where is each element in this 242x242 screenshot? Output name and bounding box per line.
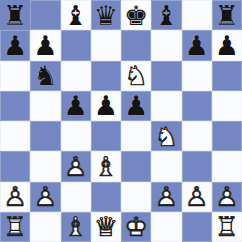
square-f4-white-knight[interactable]: ♞♘	[151, 121, 181, 151]
square-h3[interactable]	[212, 151, 242, 181]
square-f8-black-bishop[interactable]: ♝	[151, 0, 181, 30]
square-e1-white-king[interactable]: ♚♔	[121, 212, 151, 242]
square-d6[interactable]	[91, 61, 121, 91]
black-king-icon: ♚	[121, 0, 151, 30]
white-knight-fill-icon: ♞	[151, 121, 181, 151]
square-a3[interactable]	[0, 151, 30, 181]
white-pawn-fill-icon: ♟	[182, 182, 212, 212]
square-c1-white-bishop[interactable]: ♝♗	[61, 212, 91, 242]
white-pawn-icon: ♙	[212, 182, 242, 212]
white-pawn-icon: ♙	[30, 182, 60, 212]
square-f2-white-pawn[interactable]: ♟♙	[151, 182, 181, 212]
square-b7-black-pawn[interactable]: ♟	[30, 30, 60, 60]
square-g8[interactable]	[182, 0, 212, 30]
square-g4[interactable]	[182, 121, 212, 151]
square-b4[interactable]	[30, 121, 60, 151]
square-a7-black-pawn[interactable]: ♟	[0, 30, 30, 60]
black-pawn-icon: ♟	[121, 91, 151, 121]
white-queen-icon: ♕	[91, 212, 121, 242]
white-knight-fill-icon: ♞	[121, 61, 151, 91]
black-pawn-icon: ♟	[30, 30, 60, 60]
white-pawn-fill-icon: ♟	[30, 182, 60, 212]
black-pawn-icon: ♟	[0, 30, 30, 60]
square-c5-black-pawn[interactable]: ♟	[61, 91, 91, 121]
square-e2[interactable]	[121, 182, 151, 212]
white-knight-icon: ♘	[121, 61, 151, 91]
square-d7[interactable]	[91, 30, 121, 60]
black-pawn-icon: ♟	[212, 30, 242, 60]
white-pawn-icon: ♙	[0, 182, 30, 212]
white-bishop-fill-icon: ♝	[61, 212, 91, 242]
square-c6[interactable]	[61, 61, 91, 91]
black-rook-icon: ♜	[212, 0, 242, 30]
square-f5[interactable]	[151, 91, 181, 121]
square-d4[interactable]	[91, 121, 121, 151]
square-a5[interactable]	[0, 91, 30, 121]
white-pawn-fill-icon: ♟	[61, 151, 91, 181]
square-a6[interactable]	[0, 61, 30, 91]
square-c4[interactable]	[61, 121, 91, 151]
square-f1[interactable]	[151, 212, 181, 242]
black-queen-icon: ♛	[91, 0, 121, 30]
black-pawn-icon: ♟	[182, 30, 212, 60]
square-g3[interactable]	[182, 151, 212, 181]
chess-board: ♜♝♛♚♝♜♟♟♟♟♞♞♘♟♟♟♞♘♟♙♝♗♟♙♟♙♟♙♟♙♟♙♜♖♝♗♛♕♚♔…	[0, 0, 242, 242]
square-a1-white-rook[interactable]: ♜♖	[0, 212, 30, 242]
square-g7-black-pawn[interactable]: ♟	[182, 30, 212, 60]
square-e5-black-pawn[interactable]: ♟	[121, 91, 151, 121]
square-f7[interactable]	[151, 30, 181, 60]
white-queen-fill-icon: ♛	[91, 212, 121, 242]
square-f3[interactable]	[151, 151, 181, 181]
black-bishop-icon: ♝	[151, 0, 181, 30]
white-pawn-icon: ♙	[61, 151, 91, 181]
white-pawn-icon: ♙	[182, 182, 212, 212]
white-bishop-icon: ♗	[61, 212, 91, 242]
black-rook-icon: ♜	[0, 0, 30, 30]
square-b2-white-pawn[interactable]: ♟♙	[30, 182, 60, 212]
square-e4[interactable]	[121, 121, 151, 151]
square-c7[interactable]	[61, 30, 91, 60]
square-d2[interactable]	[91, 182, 121, 212]
white-rook-icon: ♖	[0, 212, 30, 242]
black-knight-icon: ♞	[30, 61, 60, 91]
white-pawn-fill-icon: ♟	[212, 182, 242, 212]
square-c3-white-pawn[interactable]: ♟♙	[61, 151, 91, 181]
square-h6[interactable]	[212, 61, 242, 91]
square-h5[interactable]	[212, 91, 242, 121]
white-rook-fill-icon: ♜	[212, 212, 242, 242]
square-b1[interactable]	[30, 212, 60, 242]
square-e6-white-knight[interactable]: ♞♘	[121, 61, 151, 91]
square-b6-black-knight[interactable]: ♞	[30, 61, 60, 91]
white-rook-fill-icon: ♜	[0, 212, 30, 242]
white-pawn-fill-icon: ♟	[0, 182, 30, 212]
square-b5[interactable]	[30, 91, 60, 121]
black-pawn-icon: ♟	[61, 91, 91, 121]
black-pawn-icon: ♟	[91, 91, 121, 121]
square-e7[interactable]	[121, 30, 151, 60]
white-king-fill-icon: ♚	[121, 212, 151, 242]
square-h1-white-rook[interactable]: ♜♖	[212, 212, 242, 242]
square-b3[interactable]	[30, 151, 60, 181]
white-king-icon: ♔	[121, 212, 151, 242]
square-d3-white-bishop[interactable]: ♝♗	[91, 151, 121, 181]
square-h4[interactable]	[212, 121, 242, 151]
square-g2-white-pawn[interactable]: ♟♙	[182, 182, 212, 212]
square-g1[interactable]	[182, 212, 212, 242]
white-pawn-icon: ♙	[151, 182, 181, 212]
white-bishop-fill-icon: ♝	[91, 151, 121, 181]
square-h2-white-pawn[interactable]: ♟♙	[212, 182, 242, 212]
square-c8-black-bishop[interactable]: ♝	[61, 0, 91, 30]
square-e8-black-king[interactable]: ♚	[121, 0, 151, 30]
square-g5[interactable]	[182, 91, 212, 121]
white-bishop-icon: ♗	[91, 151, 121, 181]
square-c2[interactable]	[61, 182, 91, 212]
white-knight-icon: ♘	[151, 121, 181, 151]
white-rook-icon: ♖	[212, 212, 242, 242]
square-b8[interactable]	[30, 0, 60, 30]
square-d5-black-pawn[interactable]: ♟	[91, 91, 121, 121]
square-e3[interactable]	[121, 151, 151, 181]
square-d8-black-queen[interactable]: ♛	[91, 0, 121, 30]
square-a4[interactable]	[0, 121, 30, 151]
square-f6[interactable]	[151, 61, 181, 91]
white-pawn-fill-icon: ♟	[151, 182, 181, 212]
black-bishop-icon: ♝	[61, 0, 91, 30]
square-h8-black-rook[interactable]: ♜	[212, 0, 242, 30]
square-h7-black-pawn[interactable]: ♟	[212, 30, 242, 60]
square-g6[interactable]	[182, 61, 212, 91]
square-a8-black-rook[interactable]: ♜	[0, 0, 30, 30]
square-a2-white-pawn[interactable]: ♟♙	[0, 182, 30, 212]
square-d1-white-queen[interactable]: ♛♕	[91, 212, 121, 242]
